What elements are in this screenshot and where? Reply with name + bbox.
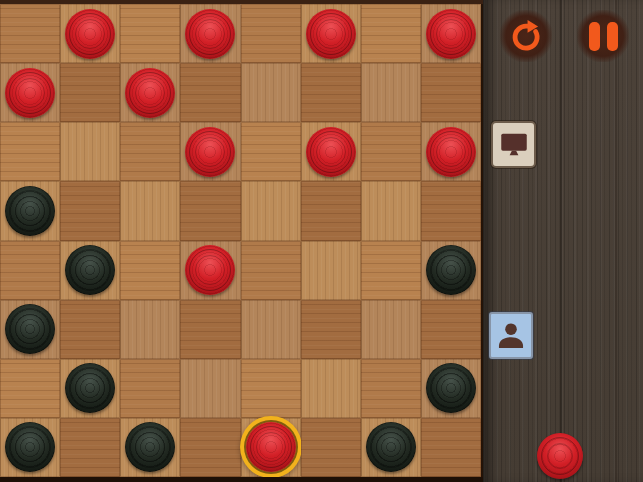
red-piece[interactable] bbox=[125, 68, 175, 118]
square-h3 bbox=[421, 300, 481, 359]
square-f6[interactable] bbox=[301, 122, 361, 181]
square-b5 bbox=[60, 181, 120, 240]
square-g6 bbox=[361, 122, 421, 181]
square-h5 bbox=[421, 181, 481, 240]
black-piece[interactable] bbox=[5, 186, 55, 236]
square-e7[interactable] bbox=[241, 63, 301, 122]
pause-icon bbox=[589, 22, 618, 51]
black-piece[interactable] bbox=[426, 363, 476, 413]
square-d1 bbox=[180, 418, 240, 477]
person-icon bbox=[494, 318, 528, 354]
computer-icon bbox=[497, 128, 531, 162]
black-piece[interactable] bbox=[426, 245, 476, 295]
square-c2 bbox=[120, 359, 180, 418]
red-piece[interactable] bbox=[426, 9, 476, 59]
square-e5[interactable] bbox=[241, 181, 301, 240]
checkers-board-frame bbox=[0, 0, 483, 482]
square-f7 bbox=[301, 63, 361, 122]
black-piece[interactable] bbox=[366, 422, 416, 472]
square-a8 bbox=[0, 4, 60, 63]
square-h8[interactable] bbox=[421, 4, 481, 63]
square-d5 bbox=[180, 181, 240, 240]
restart-icon bbox=[505, 15, 547, 57]
wood-seam bbox=[560, 0, 562, 482]
square-a6 bbox=[0, 122, 60, 181]
square-a1[interactable] bbox=[0, 418, 60, 477]
square-e1[interactable] bbox=[241, 418, 301, 477]
square-b2[interactable] bbox=[60, 359, 120, 418]
wood-seam bbox=[615, 0, 617, 482]
red-piece[interactable] bbox=[65, 9, 115, 59]
square-g8 bbox=[361, 4, 421, 63]
square-c5[interactable] bbox=[120, 181, 180, 240]
board-frame-bottom bbox=[0, 477, 483, 482]
square-b6[interactable] bbox=[60, 122, 120, 181]
red-piece[interactable] bbox=[185, 127, 235, 177]
square-d2[interactable] bbox=[180, 359, 240, 418]
black-piece[interactable] bbox=[65, 363, 115, 413]
square-g2 bbox=[361, 359, 421, 418]
square-h4[interactable] bbox=[421, 241, 481, 300]
square-f8[interactable] bbox=[301, 4, 361, 63]
square-d4[interactable] bbox=[180, 241, 240, 300]
red-piece[interactable] bbox=[306, 9, 356, 59]
square-b4[interactable] bbox=[60, 241, 120, 300]
square-c8 bbox=[120, 4, 180, 63]
square-c1[interactable] bbox=[120, 418, 180, 477]
restart-button[interactable] bbox=[500, 10, 552, 62]
square-e2 bbox=[241, 359, 301, 418]
square-g7[interactable] bbox=[361, 63, 421, 122]
square-e4 bbox=[241, 241, 301, 300]
square-f1 bbox=[301, 418, 361, 477]
pause-button[interactable] bbox=[577, 10, 629, 62]
square-h7 bbox=[421, 63, 481, 122]
square-f4[interactable] bbox=[301, 241, 361, 300]
square-e8 bbox=[241, 4, 301, 63]
black-piece[interactable] bbox=[65, 245, 115, 295]
square-d3 bbox=[180, 300, 240, 359]
red-piece-highlighted[interactable] bbox=[246, 422, 296, 472]
square-b3 bbox=[60, 300, 120, 359]
square-b7 bbox=[60, 63, 120, 122]
square-h1 bbox=[421, 418, 481, 477]
square-c3[interactable] bbox=[120, 300, 180, 359]
square-g3[interactable] bbox=[361, 300, 421, 359]
square-a7[interactable] bbox=[0, 63, 60, 122]
square-a2 bbox=[0, 359, 60, 418]
square-d8[interactable] bbox=[180, 4, 240, 63]
square-d7 bbox=[180, 63, 240, 122]
red-turn-indicator-piece bbox=[537, 433, 583, 479]
red-piece[interactable] bbox=[5, 68, 55, 118]
square-e6 bbox=[241, 122, 301, 181]
black-piece[interactable] bbox=[125, 422, 175, 472]
black-piece[interactable] bbox=[5, 422, 55, 472]
square-h6[interactable] bbox=[421, 122, 481, 181]
square-f2[interactable] bbox=[301, 359, 361, 418]
red-piece[interactable] bbox=[306, 127, 356, 177]
sidebar bbox=[483, 0, 643, 482]
square-c6 bbox=[120, 122, 180, 181]
black-piece[interactable] bbox=[5, 304, 55, 354]
square-g4 bbox=[361, 241, 421, 300]
square-f5 bbox=[301, 181, 361, 240]
red-piece[interactable] bbox=[426, 127, 476, 177]
board-frame-top bbox=[0, 0, 483, 4]
square-a3[interactable] bbox=[0, 300, 60, 359]
square-a5[interactable] bbox=[0, 181, 60, 240]
square-b1 bbox=[60, 418, 120, 477]
square-g1[interactable] bbox=[361, 418, 421, 477]
square-f3 bbox=[301, 300, 361, 359]
square-d6[interactable] bbox=[180, 122, 240, 181]
red-piece[interactable] bbox=[185, 9, 235, 59]
square-b8[interactable] bbox=[60, 4, 120, 63]
red-piece[interactable] bbox=[185, 245, 235, 295]
square-c7[interactable] bbox=[120, 63, 180, 122]
square-h2[interactable] bbox=[421, 359, 481, 418]
square-e3[interactable] bbox=[241, 300, 301, 359]
checkers-board bbox=[0, 4, 483, 477]
square-g5[interactable] bbox=[361, 181, 421, 240]
human-player-badge bbox=[489, 312, 533, 359]
square-a4 bbox=[0, 241, 60, 300]
computer-opponent-badge bbox=[491, 121, 536, 168]
square-c4 bbox=[120, 241, 180, 300]
